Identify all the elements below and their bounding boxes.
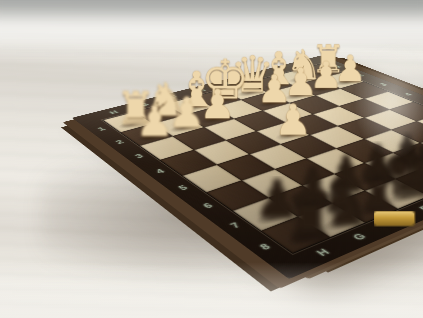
piece-wP-h2[interactable]: ♟ xyxy=(121,123,173,145)
board-frame: ♜♞♝♚♛♝♞♜♟♟♟♟♟♟♟♟♟♟♟♟♟♟♟♟♜♞♝♚♛♝♞♜ HH11GG2… xyxy=(72,55,423,279)
square-h5 xyxy=(183,165,242,193)
piece-bR-h8[interactable]: ♜ xyxy=(261,216,330,252)
chess-set-photo: ♜♞♝♚♛♝♞♜♟♟♟♟♟♟♟♟♟♟♟♟♟♟♟♟♜♞♝♚♛♝♞♜ HH11GG2… xyxy=(0,0,423,318)
chess-piece-glyph: ♟ xyxy=(121,103,188,142)
board-grid: ♜♞♝♚♛♝♞♜♟♟♟♟♟♟♟♟♟♟♟♟♟♟♟♟♜♞♝♚♛♝♞♜ xyxy=(103,64,423,253)
chess-piece-glyph: ♜ xyxy=(266,191,352,246)
chess-piece-glyph: ♟ xyxy=(260,101,327,140)
chess-board: ♜♞♝♚♛♝♞♜♟♟♟♟♟♟♟♟♟♟♟♟♟♟♟♟♜♞♝♚♛♝♞♜ HH11GG2… xyxy=(72,55,423,279)
board-scene: ♜♞♝♚♛♝♞♜♟♟♟♟♟♟♟♟♟♟♟♟♟♟♟♟♜♞♝♚♛♝♞♜ HH11GG2… xyxy=(0,0,423,318)
